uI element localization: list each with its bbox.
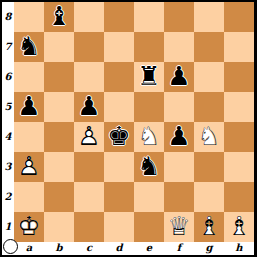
square-a1[interactable]: ♚♔: [14, 212, 44, 242]
square-g5[interactable]: [194, 92, 224, 122]
square-h4[interactable]: [224, 122, 254, 152]
square-b2[interactable]: [44, 182, 74, 212]
piece-outline: ♕: [164, 212, 194, 242]
square-a2[interactable]: [14, 182, 44, 212]
piece-outline: ♘: [134, 122, 164, 152]
square-f6[interactable]: ♟: [164, 62, 194, 92]
rank-labels: 87654321: [2, 2, 14, 242]
square-d5[interactable]: [104, 92, 134, 122]
square-c3[interactable]: [74, 152, 104, 182]
square-g3[interactable]: [194, 152, 224, 182]
black-king[interactable]: ♚: [104, 122, 134, 152]
square-h5[interactable]: [224, 92, 254, 122]
file-label-g: g: [194, 242, 224, 255]
square-f5[interactable]: [164, 92, 194, 122]
file-label-c: c: [74, 242, 104, 255]
square-c8[interactable]: [74, 2, 104, 32]
square-e1[interactable]: [134, 212, 164, 242]
white-pawn[interactable]: ♟♙: [14, 152, 44, 182]
square-a7[interactable]: ♞: [14, 32, 44, 62]
square-a5[interactable]: ♟: [14, 92, 44, 122]
square-d8[interactable]: [104, 2, 134, 32]
black-pawn[interactable]: ♟: [164, 122, 194, 152]
piece-outline: ♘: [194, 122, 224, 152]
square-e2[interactable]: [134, 182, 164, 212]
square-g1[interactable]: ♝♗: [194, 212, 224, 242]
square-e4[interactable]: ♞♘: [134, 122, 164, 152]
chess-board: ♝♞♜♟♟♟♟♙♚♞♘♟♞♘♟♙♞♚♔♛♕♝♗♝♗: [14, 2, 254, 242]
piece-outline: ♙: [14, 152, 44, 182]
square-c6[interactable]: [74, 62, 104, 92]
piece-outline: ♔: [14, 212, 44, 242]
square-a8[interactable]: [14, 2, 44, 32]
rank-label-2: 2: [2, 182, 14, 212]
file-label-b: b: [44, 242, 74, 255]
white-king[interactable]: ♚♔: [14, 212, 44, 242]
black-pawn[interactable]: ♟: [164, 62, 194, 92]
white-knight[interactable]: ♞♘: [194, 122, 224, 152]
square-d3[interactable]: [104, 152, 134, 182]
rank-label-6: 6: [2, 62, 14, 92]
file-label-a: a: [14, 242, 44, 255]
white-knight[interactable]: ♞♘: [134, 122, 164, 152]
square-d7[interactable]: [104, 32, 134, 62]
square-b7[interactable]: [44, 32, 74, 62]
rank-label-8: 8: [2, 2, 14, 32]
square-h7[interactable]: [224, 32, 254, 62]
side-to-move-indicator: [3, 239, 18, 254]
file-label-e: e: [134, 242, 164, 255]
square-c1[interactable]: [74, 212, 104, 242]
square-e7[interactable]: [134, 32, 164, 62]
white-pawn[interactable]: ♟♙: [74, 122, 104, 152]
black-pawn[interactable]: ♟: [14, 92, 44, 122]
rank-label-3: 3: [2, 152, 14, 182]
file-label-f: f: [164, 242, 194, 255]
square-b1[interactable]: [44, 212, 74, 242]
square-d4[interactable]: ♚: [104, 122, 134, 152]
square-a3[interactable]: ♟♙: [14, 152, 44, 182]
file-label-h: h: [224, 242, 254, 255]
black-knight[interactable]: ♞: [14, 32, 44, 62]
rank-label-7: 7: [2, 32, 14, 62]
rank-label-1: 1: [2, 212, 14, 242]
square-g4[interactable]: ♞♘: [194, 122, 224, 152]
square-b4[interactable]: [44, 122, 74, 152]
chess-diagram: 87654321 ♝♞♜♟♟♟♟♙♚♞♘♟♞♘♟♙♞♚♔♛♕♝♗♝♗ abcde…: [0, 0, 257, 257]
square-b3[interactable]: [44, 152, 74, 182]
square-g7[interactable]: [194, 32, 224, 62]
square-f7[interactable]: [164, 32, 194, 62]
file-label-d: d: [104, 242, 134, 255]
square-h6[interactable]: [224, 62, 254, 92]
square-c5[interactable]: ♟: [74, 92, 104, 122]
diagram-inner: 87654321 ♝♞♜♟♟♟♟♙♚♞♘♟♞♘♟♙♞♚♔♛♕♝♗♝♗ abcde…: [2, 2, 254, 255]
square-g6[interactable]: [194, 62, 224, 92]
white-bishop[interactable]: ♝♗: [194, 212, 224, 242]
white-queen[interactable]: ♛♕: [164, 212, 194, 242]
square-e3[interactable]: ♞: [134, 152, 164, 182]
piece-outline: ♗: [194, 212, 224, 242]
square-f8[interactable]: [164, 2, 194, 32]
square-b6[interactable]: [44, 62, 74, 92]
square-d6[interactable]: [104, 62, 134, 92]
square-f1[interactable]: ♛♕: [164, 212, 194, 242]
square-a4[interactable]: [14, 122, 44, 152]
white-bishop[interactable]: ♝♗: [224, 212, 254, 242]
square-c4[interactable]: ♟♙: [74, 122, 104, 152]
square-h1[interactable]: ♝♗: [224, 212, 254, 242]
square-e8[interactable]: [134, 2, 164, 32]
black-pawn[interactable]: ♟: [74, 92, 104, 122]
square-f4[interactable]: ♟: [164, 122, 194, 152]
black-rook[interactable]: ♜: [134, 62, 164, 92]
square-e6[interactable]: ♜: [134, 62, 164, 92]
square-g8[interactable]: [194, 2, 224, 32]
piece-outline: ♗: [224, 212, 254, 242]
square-c2[interactable]: [74, 182, 104, 212]
square-h2[interactable]: [224, 182, 254, 212]
square-b8[interactable]: ♝: [44, 2, 74, 32]
black-bishop[interactable]: ♝: [44, 2, 74, 32]
square-g2[interactable]: [194, 182, 224, 212]
black-knight[interactable]: ♞: [134, 152, 164, 182]
square-f3[interactable]: [164, 152, 194, 182]
square-d2[interactable]: [104, 182, 134, 212]
rank-label-4: 4: [2, 122, 14, 152]
square-b5[interactable]: [44, 92, 74, 122]
square-e5[interactable]: [134, 92, 164, 122]
square-f2[interactable]: [164, 182, 194, 212]
piece-outline: ♙: [74, 122, 104, 152]
file-labels: abcdefgh: [14, 242, 254, 255]
square-a6[interactable]: [14, 62, 44, 92]
square-d1[interactable]: [104, 212, 134, 242]
rank-label-5: 5: [2, 92, 14, 122]
square-h8[interactable]: [224, 2, 254, 32]
square-c7[interactable]: [74, 32, 104, 62]
square-h3[interactable]: [224, 152, 254, 182]
